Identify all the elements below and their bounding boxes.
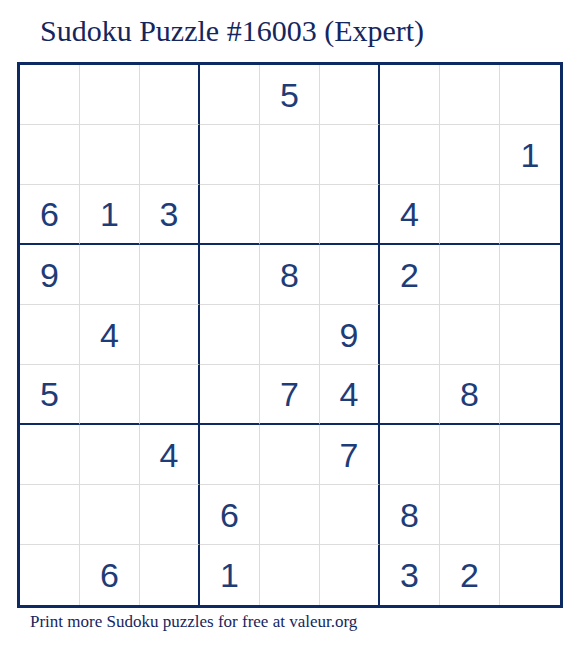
sudoku-cell-r4c4[interactable] — [200, 245, 260, 305]
sudoku-cell-r9c4[interactable]: 1 — [200, 545, 260, 605]
sudoku-cell-r7c3[interactable]: 4 — [140, 425, 200, 485]
sudoku-cell-r5c6[interactable]: 9 — [320, 305, 380, 365]
sudoku-cell-r5c8[interactable] — [440, 305, 500, 365]
sudoku-cell-r5c7[interactable] — [380, 305, 440, 365]
sudoku-cell-r1c1[interactable] — [20, 65, 80, 125]
sudoku-cell-r9c9[interactable] — [500, 545, 560, 605]
sudoku-cell-r4c1[interactable]: 9 — [20, 245, 80, 305]
sudoku-cell-r2c8[interactable] — [440, 125, 500, 185]
sudoku-cell-r6c4[interactable] — [200, 365, 260, 425]
page-title: Sudoku Puzzle #16003 (Expert) — [40, 14, 424, 48]
sudoku-cell-r2c4[interactable] — [200, 125, 260, 185]
sudoku-cell-r6c5[interactable]: 7 — [260, 365, 320, 425]
sudoku-cell-r2c2[interactable] — [80, 125, 140, 185]
sudoku-cell-r1c3[interactable] — [140, 65, 200, 125]
sudoku-cell-r9c7[interactable]: 3 — [380, 545, 440, 605]
sudoku-cell-r7c8[interactable] — [440, 425, 500, 485]
sudoku-cell-r8c6[interactable] — [320, 485, 380, 545]
sudoku-cell-r2c3[interactable] — [140, 125, 200, 185]
sudoku-cell-r7c7[interactable] — [380, 425, 440, 485]
sudoku-cell-r6c8[interactable]: 8 — [440, 365, 500, 425]
sudoku-cell-r8c8[interactable] — [440, 485, 500, 545]
sudoku-cell-r6c1[interactable]: 5 — [20, 365, 80, 425]
sudoku-cell-r5c2[interactable]: 4 — [80, 305, 140, 365]
sudoku-cell-r3c2[interactable]: 1 — [80, 185, 140, 245]
sudoku-cell-r1c9[interactable] — [500, 65, 560, 125]
sudoku-cell-r9c2[interactable]: 6 — [80, 545, 140, 605]
sudoku-cell-r1c5[interactable]: 5 — [260, 65, 320, 125]
sudoku-cell-r8c1[interactable] — [20, 485, 80, 545]
sudoku-cell-r9c1[interactable] — [20, 545, 80, 605]
sudoku-cell-r1c7[interactable] — [380, 65, 440, 125]
sudoku-cell-r2c1[interactable] — [20, 125, 80, 185]
sudoku-cell-r8c2[interactable] — [80, 485, 140, 545]
sudoku-cell-r5c3[interactable] — [140, 305, 200, 365]
sudoku-cell-r7c6[interactable]: 7 — [320, 425, 380, 485]
sudoku-cell-r3c8[interactable] — [440, 185, 500, 245]
sudoku-cell-r1c8[interactable] — [440, 65, 500, 125]
sudoku-cell-r6c6[interactable]: 4 — [320, 365, 380, 425]
sudoku-cell-r5c4[interactable] — [200, 305, 260, 365]
sudoku-cell-r5c9[interactable] — [500, 305, 560, 365]
sudoku-cell-r6c2[interactable] — [80, 365, 140, 425]
sudoku-cell-r1c6[interactable] — [320, 65, 380, 125]
sudoku-cell-r9c8[interactable]: 2 — [440, 545, 500, 605]
sudoku-cell-r6c7[interactable] — [380, 365, 440, 425]
sudoku-cell-r4c3[interactable] — [140, 245, 200, 305]
sudoku-cell-r8c9[interactable] — [500, 485, 560, 545]
sudoku-cell-r4c8[interactable] — [440, 245, 500, 305]
sudoku-cell-r3c7[interactable]: 4 — [380, 185, 440, 245]
sudoku-cell-r2c9[interactable]: 1 — [500, 125, 560, 185]
sudoku-cell-r4c2[interactable] — [80, 245, 140, 305]
sudoku-cell-r1c2[interactable] — [80, 65, 140, 125]
footer-note: Print more Sudoku puzzles for free at va… — [30, 612, 357, 632]
sudoku-cell-r7c4[interactable] — [200, 425, 260, 485]
sudoku-cell-r9c3[interactable] — [140, 545, 200, 605]
sudoku-cell-r8c4[interactable]: 6 — [200, 485, 260, 545]
sudoku-cell-r4c7[interactable]: 2 — [380, 245, 440, 305]
sudoku-cell-r2c7[interactable] — [380, 125, 440, 185]
sudoku-cell-r7c5[interactable] — [260, 425, 320, 485]
sudoku-cell-r8c7[interactable]: 8 — [380, 485, 440, 545]
sudoku-cell-r3c9[interactable] — [500, 185, 560, 245]
sudoku-cell-r3c1[interactable]: 6 — [20, 185, 80, 245]
sudoku-cell-r1c4[interactable] — [200, 65, 260, 125]
sudoku-cell-r9c6[interactable] — [320, 545, 380, 605]
sudoku-cell-r4c5[interactable]: 8 — [260, 245, 320, 305]
sudoku-cell-r4c9[interactable] — [500, 245, 560, 305]
sudoku-cell-r5c5[interactable] — [260, 305, 320, 365]
sudoku-cell-r2c5[interactable] — [260, 125, 320, 185]
sudoku-cell-r6c3[interactable] — [140, 365, 200, 425]
sudoku-cell-r3c5[interactable] — [260, 185, 320, 245]
sudoku-cell-r8c5[interactable] — [260, 485, 320, 545]
sudoku-cell-r3c6[interactable] — [320, 185, 380, 245]
sudoku-cell-r3c4[interactable] — [200, 185, 260, 245]
sudoku-cell-r7c9[interactable] — [500, 425, 560, 485]
sudoku-cell-r9c5[interactable] — [260, 545, 320, 605]
sudoku-cell-r8c3[interactable] — [140, 485, 200, 545]
sudoku-cell-r7c1[interactable] — [20, 425, 80, 485]
sudoku-cell-r3c3[interactable]: 3 — [140, 185, 200, 245]
sudoku-cell-r2c6[interactable] — [320, 125, 380, 185]
sudoku-cell-r5c1[interactable] — [20, 305, 80, 365]
sudoku-board: 51613498249574847686132 — [17, 62, 563, 608]
sudoku-cell-r6c9[interactable] — [500, 365, 560, 425]
sudoku-cell-r7c2[interactable] — [80, 425, 140, 485]
sudoku-cell-r4c6[interactable] — [320, 245, 380, 305]
